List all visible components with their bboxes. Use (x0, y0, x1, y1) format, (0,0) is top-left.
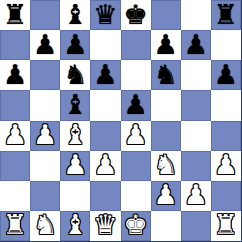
square-d7[interactable] (90, 30, 120, 60)
piece-black-pawn-b7[interactable]: ♟ (33, 31, 57, 58)
piece-black-knight-c6[interactable]: ♞ (63, 61, 87, 88)
square-h3[interactable]: ♟ (211, 151, 241, 181)
piece-white-knight-f3[interactable]: ♞ (154, 151, 178, 178)
piece-black-pawn-g7[interactable]: ♟ (184, 31, 208, 58)
square-d1[interactable]: ♛ (90, 211, 120, 241)
square-e6[interactable] (121, 60, 151, 90)
square-c1[interactable]: ♝ (60, 211, 90, 241)
square-a5[interactable] (0, 90, 30, 120)
square-h7[interactable] (211, 30, 241, 60)
piece-white-bishop-c4[interactable]: ♝ (63, 121, 87, 148)
piece-black-knight-f6[interactable]: ♞ (154, 61, 178, 88)
square-g6[interactable] (181, 60, 211, 90)
piece-white-pawn-f2[interactable]: ♟ (154, 181, 178, 208)
square-b5[interactable] (30, 90, 60, 120)
piece-black-pawn-c7[interactable]: ♟ (63, 31, 87, 58)
piece-white-knight-b1[interactable]: ♞ (33, 211, 57, 238)
square-f3[interactable]: ♞ (151, 151, 181, 181)
square-h4[interactable] (211, 121, 241, 151)
square-f7[interactable]: ♟ (151, 30, 181, 60)
piece-black-bishop-c5[interactable]: ♝ (63, 91, 87, 118)
square-h1[interactable]: ♜ (211, 211, 241, 241)
square-c3[interactable]: ♟ (60, 151, 90, 181)
square-e7[interactable] (121, 30, 151, 60)
piece-white-king-e1[interactable]: ♚ (123, 211, 147, 238)
piece-black-pawn-e5[interactable]: ♟ (123, 91, 147, 118)
piece-black-rook-a8[interactable]: ♜ (3, 1, 27, 28)
piece-black-pawn-d6[interactable]: ♟ (93, 61, 117, 88)
piece-black-bishop-c8[interactable]: ♝ (63, 1, 87, 28)
square-a7[interactable] (0, 30, 30, 60)
square-c6[interactable]: ♞ (60, 60, 90, 90)
piece-black-queen-d8[interactable]: ♛ (93, 1, 117, 28)
square-f4[interactable] (151, 121, 181, 151)
square-e2[interactable] (121, 181, 151, 211)
square-a2[interactable] (0, 181, 30, 211)
piece-white-pawn-e4[interactable]: ♟ (123, 121, 147, 148)
square-a6[interactable]: ♟ (0, 60, 30, 90)
square-d6[interactable]: ♟ (90, 60, 120, 90)
piece-white-rook-h1[interactable]: ♜ (214, 211, 238, 238)
square-g2[interactable]: ♟ (181, 181, 211, 211)
square-d3[interactable]: ♟ (90, 151, 120, 181)
square-a3[interactable] (0, 151, 30, 181)
square-e3[interactable] (121, 151, 151, 181)
chess-board: ♜♝♛♚♜♟♟♟♟♟♞♟♞♟♝♟♟♟♝♟♟♟♞♟♟♟♜♞♝♛♚♜ (0, 0, 242, 242)
square-c8[interactable]: ♝ (60, 0, 90, 30)
square-a8[interactable]: ♜ (0, 0, 30, 30)
piece-white-pawn-b4[interactable]: ♟ (33, 121, 57, 148)
square-f6[interactable]: ♞ (151, 60, 181, 90)
square-e1[interactable]: ♚ (121, 211, 151, 241)
square-g7[interactable]: ♟ (181, 30, 211, 60)
square-d2[interactable] (90, 181, 120, 211)
square-h5[interactable] (211, 90, 241, 120)
square-f8[interactable] (151, 0, 181, 30)
piece-black-pawn-h6[interactable]: ♟ (214, 61, 238, 88)
piece-black-pawn-a6[interactable]: ♟ (3, 61, 27, 88)
square-b3[interactable] (30, 151, 60, 181)
square-f2[interactable]: ♟ (151, 181, 181, 211)
square-a1[interactable]: ♜ (0, 211, 30, 241)
square-g8[interactable] (181, 0, 211, 30)
piece-white-queen-d1[interactable]: ♛ (93, 211, 117, 238)
square-b2[interactable] (30, 181, 60, 211)
piece-white-rook-a1[interactable]: ♜ (3, 211, 27, 238)
chess-board-container: ♜♝♛♚♜♟♟♟♟♟♞♟♞♟♝♟♟♟♝♟♟♟♞♟♟♟♜♞♝♛♚♜ (0, 0, 242, 242)
square-g1[interactable] (181, 211, 211, 241)
square-b8[interactable] (30, 0, 60, 30)
square-c5[interactable]: ♝ (60, 90, 90, 120)
piece-black-pawn-f7[interactable]: ♟ (154, 31, 178, 58)
piece-white-pawn-d3[interactable]: ♟ (93, 151, 117, 178)
piece-white-pawn-a4[interactable]: ♟ (3, 121, 27, 148)
piece-black-rook-h8[interactable]: ♜ (214, 1, 238, 28)
piece-white-bishop-c1[interactable]: ♝ (63, 211, 87, 238)
square-a4[interactable]: ♟ (0, 121, 30, 151)
square-d4[interactable] (90, 121, 120, 151)
square-d8[interactable]: ♛ (90, 0, 120, 30)
square-h6[interactable]: ♟ (211, 60, 241, 90)
piece-white-pawn-c3[interactable]: ♟ (63, 151, 87, 178)
square-f1[interactable] (151, 211, 181, 241)
square-e4[interactable]: ♟ (121, 121, 151, 151)
square-g5[interactable] (181, 90, 211, 120)
square-e8[interactable]: ♚ (121, 0, 151, 30)
square-c2[interactable] (60, 181, 90, 211)
square-b7[interactable]: ♟ (30, 30, 60, 60)
square-c4[interactable]: ♝ (60, 121, 90, 151)
piece-white-pawn-h3[interactable]: ♟ (214, 151, 238, 178)
piece-black-king-e8[interactable]: ♚ (123, 1, 147, 28)
square-b1[interactable]: ♞ (30, 211, 60, 241)
square-g3[interactable] (181, 151, 211, 181)
square-f5[interactable] (151, 90, 181, 120)
square-g4[interactable] (181, 121, 211, 151)
square-b6[interactable] (30, 60, 60, 90)
piece-white-pawn-g2[interactable]: ♟ (184, 181, 208, 208)
square-h2[interactable] (211, 181, 241, 211)
square-d5[interactable] (90, 90, 120, 120)
square-b4[interactable]: ♟ (30, 121, 60, 151)
square-c7[interactable]: ♟ (60, 30, 90, 60)
square-h8[interactable]: ♜ (211, 0, 241, 30)
square-e5[interactable]: ♟ (121, 90, 151, 120)
